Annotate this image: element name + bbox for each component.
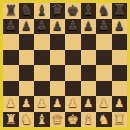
square-a1[interactable]: ♜ (3, 112, 19, 128)
square-c1[interactable]: ♝ (34, 112, 50, 128)
square-g4[interactable] (96, 65, 112, 81)
square-d3[interactable] (50, 81, 66, 97)
piece-black-pawn[interactable]: ♟ (37, 19, 47, 35)
square-a8[interactable]: ♜ (3, 3, 19, 19)
square-d4[interactable] (50, 65, 66, 81)
square-b7[interactable]: ♟ (19, 19, 35, 35)
piece-black-pawn[interactable]: ♟ (52, 19, 62, 35)
square-h4[interactable] (112, 65, 128, 81)
chess-board-frame: ♜♞♝♛♚♝♞♜♟♟♟♟♟♟♟♟♟♟♟♟♟♟♟♟♜♞♝♛♚♝♞♜ (0, 0, 130, 130)
square-h2[interactable]: ♟ (112, 96, 128, 112)
square-c2[interactable]: ♟ (34, 96, 50, 112)
square-c7[interactable]: ♟ (34, 19, 50, 35)
square-e7[interactable]: ♟ (65, 19, 81, 35)
piece-white-rook[interactable]: ♜ (113, 112, 125, 128)
piece-white-pawn[interactable]: ♟ (21, 96, 31, 112)
square-c6[interactable] (34, 34, 50, 50)
piece-white-knight[interactable]: ♞ (20, 112, 32, 128)
square-f2[interactable]: ♟ (81, 96, 97, 112)
square-b1[interactable]: ♞ (19, 112, 35, 128)
square-h3[interactable] (112, 81, 128, 97)
square-c8[interactable]: ♝ (34, 3, 50, 19)
square-b3[interactable] (19, 81, 35, 97)
piece-black-pawn[interactable]: ♟ (68, 19, 78, 35)
piece-black-rook[interactable]: ♜ (113, 3, 125, 19)
square-d6[interactable] (50, 34, 66, 50)
square-b5[interactable] (19, 50, 35, 66)
piece-white-pawn[interactable]: ♟ (37, 96, 47, 112)
piece-white-bishop[interactable]: ♝ (82, 112, 94, 128)
square-h6[interactable] (112, 34, 128, 50)
square-g2[interactable]: ♟ (96, 96, 112, 112)
square-c5[interactable] (34, 50, 50, 66)
square-g7[interactable]: ♟ (96, 19, 112, 35)
piece-white-king[interactable]: ♚ (67, 112, 79, 128)
square-e5[interactable] (65, 50, 81, 66)
piece-white-pawn[interactable]: ♟ (6, 96, 16, 112)
square-a4[interactable] (3, 65, 19, 81)
square-g5[interactable] (96, 50, 112, 66)
square-b6[interactable] (19, 34, 35, 50)
square-g6[interactable] (96, 34, 112, 50)
piece-black-rook[interactable]: ♜ (5, 3, 17, 19)
square-e8[interactable]: ♚ (65, 3, 81, 19)
square-f5[interactable] (81, 50, 97, 66)
piece-white-pawn[interactable]: ♟ (68, 96, 78, 112)
square-f3[interactable] (81, 81, 97, 97)
square-d2[interactable]: ♟ (50, 96, 66, 112)
square-h7[interactable]: ♟ (112, 19, 128, 35)
piece-black-knight[interactable]: ♞ (20, 3, 32, 19)
square-b8[interactable]: ♞ (19, 3, 35, 19)
square-f4[interactable] (81, 65, 97, 81)
square-a7[interactable]: ♟ (3, 19, 19, 35)
piece-white-pawn[interactable]: ♟ (99, 96, 109, 112)
square-e6[interactable] (65, 34, 81, 50)
square-a6[interactable] (3, 34, 19, 50)
square-a2[interactable]: ♟ (3, 96, 19, 112)
square-f8[interactable]: ♝ (81, 3, 97, 19)
piece-black-knight[interactable]: ♞ (98, 3, 110, 19)
piece-black-queen[interactable]: ♛ (51, 3, 63, 19)
piece-black-pawn[interactable]: ♟ (6, 19, 16, 35)
square-b4[interactable] (19, 65, 35, 81)
piece-white-pawn[interactable]: ♟ (83, 96, 93, 112)
square-d8[interactable]: ♛ (50, 3, 66, 19)
square-a5[interactable] (3, 50, 19, 66)
square-h1[interactable]: ♜ (112, 112, 128, 128)
square-e3[interactable] (65, 81, 81, 97)
square-d5[interactable] (50, 50, 66, 66)
square-g1[interactable]: ♞ (96, 112, 112, 128)
square-d7[interactable]: ♟ (50, 19, 66, 35)
piece-black-pawn[interactable]: ♟ (114, 19, 124, 35)
square-f7[interactable]: ♟ (81, 19, 97, 35)
piece-black-bishop[interactable]: ♝ (36, 3, 48, 19)
square-d1[interactable]: ♛ (50, 112, 66, 128)
square-g8[interactable]: ♞ (96, 3, 112, 19)
piece-white-pawn[interactable]: ♟ (52, 96, 62, 112)
piece-white-pawn[interactable]: ♟ (114, 96, 124, 112)
square-h5[interactable] (112, 50, 128, 66)
square-e2[interactable]: ♟ (65, 96, 81, 112)
square-a3[interactable] (3, 81, 19, 97)
piece-white-bishop[interactable]: ♝ (36, 112, 48, 128)
piece-white-queen[interactable]: ♛ (51, 112, 63, 128)
piece-black-pawn[interactable]: ♟ (83, 19, 93, 35)
piece-black-king[interactable]: ♚ (67, 3, 79, 19)
square-g3[interactable] (96, 81, 112, 97)
square-c3[interactable] (34, 81, 50, 97)
piece-black-pawn[interactable]: ♟ (99, 19, 109, 35)
square-b2[interactable]: ♟ (19, 96, 35, 112)
square-e4[interactable] (65, 65, 81, 81)
square-f6[interactable] (81, 34, 97, 50)
piece-white-rook[interactable]: ♜ (5, 112, 17, 128)
square-c4[interactable] (34, 65, 50, 81)
piece-white-knight[interactable]: ♞ (98, 112, 110, 128)
piece-black-pawn[interactable]: ♟ (21, 19, 31, 35)
piece-black-bishop[interactable]: ♝ (82, 3, 94, 19)
square-e1[interactable]: ♚ (65, 112, 81, 128)
square-f1[interactable]: ♝ (81, 112, 97, 128)
chess-board: ♜♞♝♛♚♝♞♜♟♟♟♟♟♟♟♟♟♟♟♟♟♟♟♟♜♞♝♛♚♝♞♜ (3, 3, 127, 127)
square-h8[interactable]: ♜ (112, 3, 128, 19)
